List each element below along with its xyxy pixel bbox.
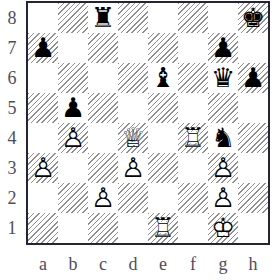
square-b6[interactable]	[58, 63, 88, 93]
rank-label-6: 6	[0, 63, 24, 93]
white-rook-fill: ♜	[148, 213, 178, 243]
square-g4[interactable]: ♞	[208, 123, 238, 153]
white-king-glyph: ♔	[208, 213, 238, 243]
white-pawn-fill: ♟	[28, 153, 58, 183]
square-h5[interactable]	[238, 93, 268, 123]
square-c8[interactable]: ♜	[88, 3, 118, 33]
square-e2[interactable]	[148, 183, 178, 213]
file-label-f: f	[178, 251, 208, 277]
square-h7[interactable]	[238, 33, 268, 63]
rank-labels: 87654321	[0, 3, 24, 243]
square-e4[interactable]	[148, 123, 178, 153]
square-e3[interactable]	[148, 153, 178, 183]
square-c3[interactable]	[88, 153, 118, 183]
file-label-c: c	[88, 251, 118, 277]
white-pawn-icon: ♟♙	[58, 123, 88, 153]
square-f5[interactable]	[178, 93, 208, 123]
black-queen-icon: ♛	[208, 63, 238, 93]
square-d4[interactable]: ♛♕	[118, 123, 148, 153]
square-a6[interactable]	[28, 63, 58, 93]
square-a3[interactable]: ♟♙	[28, 153, 58, 183]
square-c7[interactable]	[88, 33, 118, 63]
white-pawn-glyph: ♙	[58, 123, 88, 153]
black-bishop-icon: ♝	[148, 63, 178, 93]
black-pawn-icon: ♟	[238, 63, 268, 93]
black-pawn-icon: ♟	[58, 93, 88, 123]
white-pawn-icon: ♟♙	[28, 153, 58, 183]
square-d3[interactable]: ♟♙	[118, 153, 148, 183]
square-h3[interactable]	[238, 153, 268, 183]
square-b2[interactable]	[58, 183, 88, 213]
white-pawn-fill: ♟	[88, 183, 118, 213]
white-queen-icon: ♛♕	[118, 123, 148, 153]
square-f7[interactable]	[178, 33, 208, 63]
square-b7[interactable]	[58, 33, 88, 63]
square-f3[interactable]	[178, 153, 208, 183]
square-b4[interactable]: ♟♙	[58, 123, 88, 153]
black-bishop-glyph: ♝	[148, 63, 178, 93]
rank-label-8: 8	[0, 3, 24, 33]
white-pawn-icon: ♟♙	[208, 183, 238, 213]
square-d6[interactable]	[118, 63, 148, 93]
square-a7[interactable]: ♟	[28, 33, 58, 63]
white-pawn-glyph: ♙	[28, 153, 58, 183]
square-b5[interactable]: ♟	[58, 93, 88, 123]
chess-diagram: 87654321 ♜♚♟♟♝♛♟♟♟♙♛♕♜♖♞♟♙♟♙♟♙♟♙♟♙♜♖♚♔ a…	[0, 0, 278, 280]
white-pawn-fill: ♟	[58, 123, 88, 153]
white-rook-glyph: ♖	[178, 123, 208, 153]
square-c1[interactable]	[88, 213, 118, 243]
square-g1[interactable]: ♚♔	[208, 213, 238, 243]
file-label-d: d	[118, 251, 148, 277]
black-pawn-glyph: ♟	[208, 33, 238, 63]
square-f1[interactable]	[178, 213, 208, 243]
rank-label-2: 2	[0, 183, 24, 213]
square-a2[interactable]	[28, 183, 58, 213]
square-h1[interactable]	[238, 213, 268, 243]
square-c2[interactable]: ♟♙	[88, 183, 118, 213]
square-e1[interactable]: ♜♖	[148, 213, 178, 243]
white-rook-icon: ♜♖	[148, 213, 178, 243]
square-d5[interactable]	[118, 93, 148, 123]
square-h2[interactable]	[238, 183, 268, 213]
white-pawn-glyph: ♙	[118, 153, 148, 183]
square-g5[interactable]	[208, 93, 238, 123]
white-pawn-fill: ♟	[208, 183, 238, 213]
white-pawn-icon: ♟♙	[208, 153, 238, 183]
black-rook-glyph: ♜	[88, 3, 118, 33]
white-pawn-fill: ♟	[208, 153, 238, 183]
black-pawn-icon: ♟	[208, 33, 238, 63]
black-pawn-glyph: ♟	[238, 63, 268, 93]
black-knight-glyph: ♞	[208, 123, 238, 153]
square-a4[interactable]	[28, 123, 58, 153]
square-f2[interactable]	[178, 183, 208, 213]
square-e8[interactable]	[148, 3, 178, 33]
square-b1[interactable]	[58, 213, 88, 243]
white-rook-glyph: ♖	[148, 213, 178, 243]
square-g6[interactable]: ♛	[208, 63, 238, 93]
square-g7[interactable]: ♟	[208, 33, 238, 63]
rank-label-5: 5	[0, 93, 24, 123]
white-rook-icon: ♜♖	[178, 123, 208, 153]
rank-label-3: 3	[0, 153, 24, 183]
rank-label-7: 7	[0, 33, 24, 63]
square-g2[interactable]: ♟♙	[208, 183, 238, 213]
chess-board: ♜♚♟♟♝♛♟♟♟♙♛♕♜♖♞♟♙♟♙♟♙♟♙♟♙♜♖♚♔	[26, 1, 270, 245]
file-label-h: h	[238, 251, 268, 277]
white-pawn-glyph: ♙	[208, 153, 238, 183]
square-h4[interactable]	[238, 123, 268, 153]
white-pawn-glyph: ♙	[208, 183, 238, 213]
square-c4[interactable]	[88, 123, 118, 153]
file-label-e: e	[148, 251, 178, 277]
square-h8[interactable]: ♚	[238, 3, 268, 33]
white-queen-fill: ♛	[118, 123, 148, 153]
square-d7[interactable]	[118, 33, 148, 63]
square-d2[interactable]	[118, 183, 148, 213]
black-pawn-glyph: ♟	[28, 33, 58, 63]
square-b8[interactable]	[58, 3, 88, 33]
file-label-b: b	[58, 251, 88, 277]
square-f8[interactable]	[178, 3, 208, 33]
square-f4[interactable]: ♜♖	[178, 123, 208, 153]
square-g3[interactable]: ♟♙	[208, 153, 238, 183]
rank-label-1: 1	[0, 213, 24, 243]
square-a1[interactable]	[28, 213, 58, 243]
white-rook-fill: ♜	[178, 123, 208, 153]
white-pawn-icon: ♟♙	[118, 153, 148, 183]
square-e5[interactable]	[148, 93, 178, 123]
black-rook-icon: ♜	[88, 3, 118, 33]
black-king-glyph: ♚	[238, 3, 268, 33]
square-e7[interactable]	[148, 33, 178, 63]
black-pawn-icon: ♟	[28, 33, 58, 63]
black-queen-glyph: ♛	[208, 63, 238, 93]
square-a5[interactable]	[28, 93, 58, 123]
square-c5[interactable]	[88, 93, 118, 123]
square-c6[interactable]	[88, 63, 118, 93]
file-labels: abcdefgh	[28, 251, 268, 277]
file-label-a: a	[28, 251, 58, 277]
square-b3[interactable]	[58, 153, 88, 183]
rank-label-4: 4	[0, 123, 24, 153]
square-e6[interactable]: ♝	[148, 63, 178, 93]
white-pawn-glyph: ♙	[88, 183, 118, 213]
black-knight-icon: ♞	[208, 123, 238, 153]
black-king-icon: ♚	[238, 3, 268, 33]
black-pawn-glyph: ♟	[58, 93, 88, 123]
square-f6[interactable]	[178, 63, 208, 93]
white-queen-glyph: ♕	[118, 123, 148, 153]
square-d8[interactable]	[118, 3, 148, 33]
square-a8[interactable]	[28, 3, 58, 33]
white-pawn-fill: ♟	[118, 153, 148, 183]
file-label-g: g	[208, 251, 238, 277]
square-h6[interactable]: ♟	[238, 63, 268, 93]
white-king-fill: ♚	[208, 213, 238, 243]
square-d1[interactable]	[118, 213, 148, 243]
white-king-icon: ♚♔	[208, 213, 238, 243]
square-g8[interactable]	[208, 3, 238, 33]
white-pawn-icon: ♟♙	[88, 183, 118, 213]
